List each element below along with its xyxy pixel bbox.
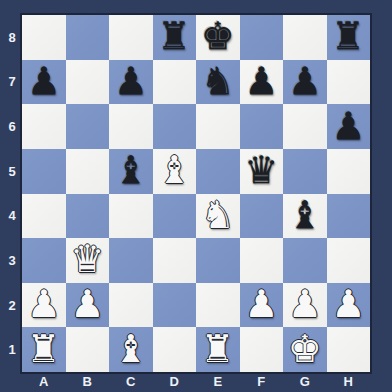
square-e3[interactable]	[196, 238, 240, 283]
piece-bN: ♞	[201, 62, 235, 100]
square-h4[interactable]	[327, 194, 371, 239]
square-b4[interactable]	[66, 194, 110, 239]
square-h7[interactable]	[327, 60, 371, 105]
square-d4[interactable]	[153, 194, 197, 239]
square-d2[interactable]	[153, 283, 197, 328]
square-g4[interactable]: ♝	[283, 194, 327, 239]
file-label-b: B	[66, 372, 110, 391]
file-label-g: G	[283, 372, 327, 391]
square-e8[interactable]: ♚	[196, 15, 240, 60]
square-a1[interactable]: ♜	[22, 327, 66, 372]
square-g5[interactable]	[283, 149, 327, 194]
square-f5[interactable]: ♛	[240, 149, 284, 194]
rank-label-5: 5	[0, 149, 22, 194]
square-f3[interactable]	[240, 238, 284, 283]
piece-bQ: ♛	[244, 151, 278, 189]
piece-wP: ♟	[331, 285, 365, 323]
square-g8[interactable]	[283, 15, 327, 60]
square-g6[interactable]	[283, 104, 327, 149]
square-g3[interactable]	[283, 238, 327, 283]
chess-board: ♜♚♜♟♟♞♟♟♟♝♝♛♞♝♛♟♟♟♟♟♜♝♜♚	[22, 15, 370, 372]
piece-bP: ♟	[288, 62, 322, 100]
square-h1[interactable]	[327, 327, 371, 372]
piece-bB: ♝	[114, 151, 148, 189]
square-f7[interactable]: ♟	[240, 60, 284, 105]
rank-label-7: 7	[0, 60, 22, 105]
square-b2[interactable]: ♟	[66, 283, 110, 328]
square-d6[interactable]	[153, 104, 197, 149]
piece-bK: ♚	[201, 17, 235, 55]
square-a3[interactable]	[22, 238, 66, 283]
square-g1[interactable]: ♚	[283, 327, 327, 372]
piece-wN: ♞	[201, 196, 235, 234]
piece-bP: ♟	[244, 62, 278, 100]
square-h6[interactable]: ♟	[327, 104, 371, 149]
piece-bP: ♟	[114, 62, 148, 100]
file-label-d: D	[153, 372, 197, 391]
square-b6[interactable]	[66, 104, 110, 149]
square-g2[interactable]: ♟	[283, 283, 327, 328]
rank-label-1: 1	[0, 327, 22, 372]
square-b3[interactable]: ♛	[66, 238, 110, 283]
piece-wP: ♟	[288, 285, 322, 323]
piece-wR: ♜	[27, 330, 61, 368]
piece-wR: ♜	[201, 330, 235, 368]
square-e2[interactable]	[196, 283, 240, 328]
piece-bR: ♜	[157, 17, 191, 55]
piece-bR: ♜	[331, 17, 365, 55]
rank-label-6: 6	[0, 104, 22, 149]
piece-wQ: ♛	[70, 240, 104, 278]
square-c8[interactable]	[109, 15, 153, 60]
square-h5[interactable]	[327, 149, 371, 194]
square-h2[interactable]: ♟	[327, 283, 371, 328]
square-h3[interactable]	[327, 238, 371, 283]
chessboard-frame: 8 7 6 5 4 3 2 1 ♜♚♜♟♟♞♟♟♟♝♝♛♞♝♛♟♟♟♟♟♜♝♜♚…	[0, 0, 392, 392]
square-e6[interactable]	[196, 104, 240, 149]
square-c2[interactable]	[109, 283, 153, 328]
square-b5[interactable]	[66, 149, 110, 194]
square-b7[interactable]	[66, 60, 110, 105]
square-f6[interactable]	[240, 104, 284, 149]
piece-wB: ♝	[157, 151, 191, 189]
square-a7[interactable]: ♟	[22, 60, 66, 105]
file-label-c: C	[109, 372, 153, 391]
rank-label-3: 3	[0, 238, 22, 283]
rank-label-2: 2	[0, 283, 22, 328]
square-a4[interactable]	[22, 194, 66, 239]
square-c5[interactable]: ♝	[109, 149, 153, 194]
file-label-h: H	[327, 372, 371, 391]
square-a5[interactable]	[22, 149, 66, 194]
square-d1[interactable]	[153, 327, 197, 372]
square-c1[interactable]: ♝	[109, 327, 153, 372]
square-d5[interactable]: ♝	[153, 149, 197, 194]
piece-wK: ♚	[288, 330, 322, 368]
square-b1[interactable]	[66, 327, 110, 372]
piece-wP: ♟	[244, 285, 278, 323]
rank-label-4: 4	[0, 194, 22, 239]
piece-wP: ♟	[70, 285, 104, 323]
square-c3[interactable]	[109, 238, 153, 283]
square-b8[interactable]	[66, 15, 110, 60]
piece-wP: ♟	[27, 285, 61, 323]
piece-bB: ♝	[288, 196, 322, 234]
piece-bP: ♟	[331, 107, 365, 145]
square-a2[interactable]: ♟	[22, 283, 66, 328]
file-labels: A B C D E F G H	[22, 372, 370, 391]
file-label-a: A	[22, 372, 66, 391]
square-a8[interactable]	[22, 15, 66, 60]
square-d7[interactable]	[153, 60, 197, 105]
square-c6[interactable]	[109, 104, 153, 149]
piece-wB: ♝	[114, 330, 148, 368]
square-f4[interactable]	[240, 194, 284, 239]
square-d3[interactable]	[153, 238, 197, 283]
square-d8[interactable]: ♜	[153, 15, 197, 60]
square-g7[interactable]: ♟	[283, 60, 327, 105]
square-f2[interactable]: ♟	[240, 283, 284, 328]
square-e4[interactable]: ♞	[196, 194, 240, 239]
rank-label-8: 8	[0, 15, 22, 60]
square-e1[interactable]: ♜	[196, 327, 240, 372]
square-f8[interactable]	[240, 15, 284, 60]
square-c7[interactable]: ♟	[109, 60, 153, 105]
file-label-e: E	[196, 372, 240, 391]
square-h8[interactable]: ♜	[327, 15, 371, 60]
square-f1[interactable]	[240, 327, 284, 372]
rank-labels: 8 7 6 5 4 3 2 1	[0, 15, 22, 372]
square-e5[interactable]	[196, 149, 240, 194]
square-a6[interactable]	[22, 104, 66, 149]
square-e7[interactable]: ♞	[196, 60, 240, 105]
file-label-f: F	[240, 372, 284, 391]
piece-bP: ♟	[27, 62, 61, 100]
square-c4[interactable]	[109, 194, 153, 239]
